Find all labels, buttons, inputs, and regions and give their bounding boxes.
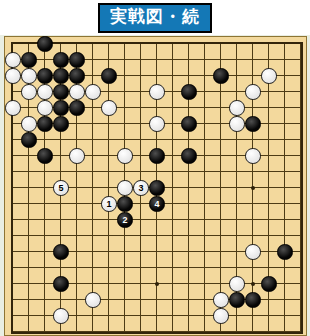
- stone-black-4-5: [53, 100, 69, 116]
- stone-black-4-2: [53, 52, 69, 68]
- star-point-10-16: [155, 282, 159, 286]
- stone-black-7-3: [101, 68, 117, 84]
- stone-white-3-5: [37, 100, 53, 116]
- star-point-16-16: [251, 282, 255, 286]
- stone-black-12-4: [181, 84, 197, 100]
- stone-white-15-16: [229, 276, 245, 292]
- stone-black-4-14: [53, 244, 69, 260]
- stone-black-8-11: [117, 196, 133, 212]
- stone-black-4-3: [53, 68, 69, 84]
- stone-black-3-1: [37, 36, 53, 52]
- stone-black-16-6: [245, 116, 261, 132]
- stone-white-5-8: [69, 148, 85, 164]
- stone-move-5: 5: [53, 180, 69, 196]
- stone-white-3-4: [37, 84, 53, 100]
- stone-white-10-6: [149, 116, 165, 132]
- stone-black-15-17: [229, 292, 245, 308]
- stone-black-4-16: [53, 276, 69, 292]
- stone-white-16-14: [245, 244, 261, 260]
- stone-white-14-17: [213, 292, 229, 308]
- stone-white-10-4: [149, 84, 165, 100]
- move-number-label: 5: [58, 184, 63, 193]
- stone-move-2: 2: [117, 212, 133, 228]
- stone-black-3-8: [37, 148, 53, 164]
- stone-white-15-5: [229, 100, 245, 116]
- stone-black-12-8: [181, 148, 197, 164]
- stone-black-17-16: [261, 276, 277, 292]
- stone-black-4-6: [53, 116, 69, 132]
- stone-black-16-17: [245, 292, 261, 308]
- stone-black-12-6: [181, 116, 197, 132]
- stone-move-4: 4: [149, 196, 165, 212]
- stone-move-1: 1: [101, 196, 117, 212]
- stone-black-3-6: [37, 116, 53, 132]
- stone-black-5-3: [69, 68, 85, 84]
- stone-white-1-3: [5, 68, 21, 84]
- stone-white-6-17: [85, 292, 101, 308]
- stone-black-18-14: [277, 244, 293, 260]
- go-board: 53142: [4, 36, 307, 336]
- move-number-label: 2: [122, 216, 127, 225]
- stone-white-5-4: [69, 84, 85, 100]
- stone-black-10-10: [149, 180, 165, 196]
- move-number-label: 1: [106, 200, 111, 209]
- stone-white-15-6: [229, 116, 245, 132]
- stone-move-3: 3: [133, 180, 149, 196]
- stone-black-3-3: [37, 68, 53, 84]
- move-number-label: 4: [154, 200, 159, 209]
- stone-white-1-2: [5, 52, 21, 68]
- stone-white-2-4: [21, 84, 37, 100]
- stone-black-14-3: [213, 68, 229, 84]
- stone-white-7-5: [101, 100, 117, 116]
- stone-white-2-3: [21, 68, 37, 84]
- move-number-label: 3: [138, 184, 143, 193]
- diagram-title: 実戦図・続: [110, 7, 200, 26]
- stone-white-1-5: [5, 100, 21, 116]
- stone-black-10-8: [149, 148, 165, 164]
- stone-black-5-5: [69, 100, 85, 116]
- stone-black-4-4: [53, 84, 69, 100]
- stone-white-17-3: [261, 68, 277, 84]
- star-point-16-10: [251, 186, 255, 190]
- stone-black-2-2: [21, 52, 37, 68]
- diagram-title-banner: 実戦図・続: [98, 3, 212, 33]
- stone-black-2-7: [21, 132, 37, 148]
- stone-white-2-6: [21, 116, 37, 132]
- stone-white-16-8: [245, 148, 261, 164]
- stone-black-5-2: [69, 52, 85, 68]
- stone-white-6-4: [85, 84, 101, 100]
- stones-layer: 53142: [5, 36, 309, 336]
- stone-white-8-10: [117, 180, 133, 196]
- stone-white-4-18: [53, 308, 69, 324]
- go-diagram-page: 実戦図・続 53142: [0, 0, 310, 336]
- stone-white-14-18: [213, 308, 229, 324]
- stone-white-16-4: [245, 84, 261, 100]
- stone-white-8-8: [117, 148, 133, 164]
